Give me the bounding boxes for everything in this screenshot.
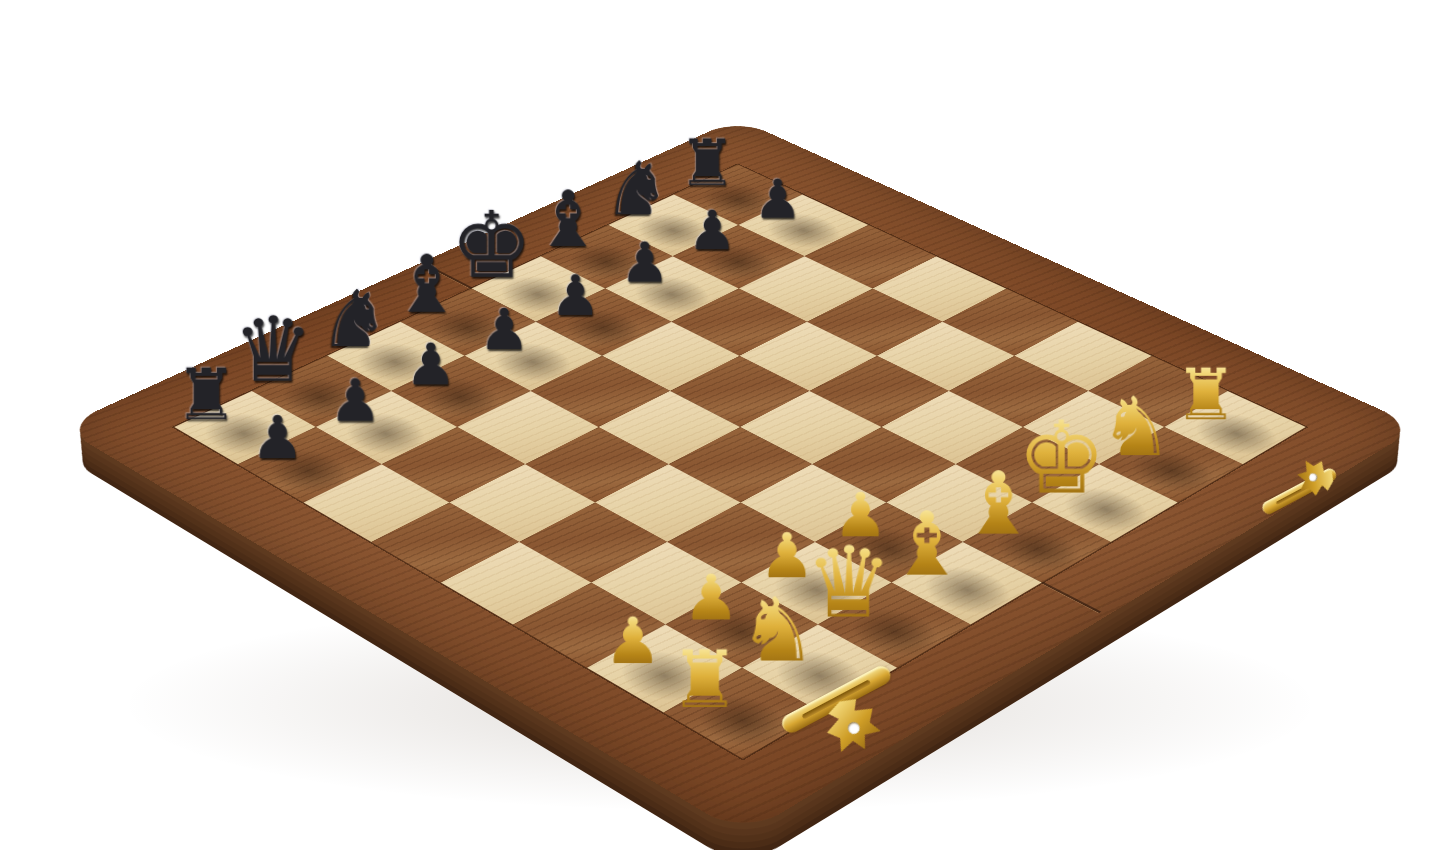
black-bishop[interactable]: ♝ xyxy=(391,245,462,324)
product-photo: ♜♟♜♞♟♞♝♟♚♚♟♝♝♟♟♝♞♟♟♛♛♟♟♞♜♟♟♜ xyxy=(0,0,1437,850)
black-pawn[interactable]: ♟ xyxy=(479,301,530,358)
black-pawn[interactable]: ♟ xyxy=(329,371,381,429)
black-pawn[interactable]: ♟ xyxy=(550,268,600,324)
white-pawn[interactable]: ♟ xyxy=(683,566,740,629)
black-rook[interactable]: ♜ xyxy=(678,131,735,195)
white-rook[interactable]: ♜ xyxy=(1174,360,1237,431)
scene: ♜♟♜♞♟♞♝♟♚♚♟♝♝♟♟♝♞♟♟♛♛♟♟♞♜♟♟♜ xyxy=(0,0,1437,850)
white-knight[interactable]: ♞ xyxy=(1099,386,1173,468)
black-bishop[interactable]: ♝ xyxy=(533,181,602,258)
black-pawn[interactable]: ♟ xyxy=(688,203,737,257)
black-knight[interactable]: ♞ xyxy=(603,152,670,226)
white-pawn[interactable]: ♟ xyxy=(604,609,661,673)
board-slab: ♜♟♜♞♟♞♝♟♚♚♟♝♝♟♟♝♞♟♟♛♛♟♟♞♜♟♟♜ xyxy=(61,119,1419,836)
black-pawn[interactable]: ♟ xyxy=(251,408,304,467)
white-bishop[interactable]: ♝ xyxy=(960,461,1038,548)
white-rook[interactable]: ♜ xyxy=(669,641,740,720)
white-bishop[interactable]: ♝ xyxy=(887,500,966,588)
square-h1[interactable]: ♜ xyxy=(1164,391,1305,464)
board-field: ♜♟♜♞♟♞♝♟♚♚♟♝♝♟♟♝♞♟♟♛♛♟♟♞♜♟♟♜ xyxy=(174,165,1305,759)
black-knight[interactable]: ♞ xyxy=(319,280,389,359)
black-pawn[interactable]: ♟ xyxy=(405,336,457,394)
white-queen[interactable]: ♛ xyxy=(805,533,893,631)
black-rook[interactable]: ♜ xyxy=(174,360,237,431)
black-pawn[interactable]: ♟ xyxy=(620,235,670,290)
black-pawn[interactable]: ♟ xyxy=(754,172,802,226)
black-king[interactable]: ♚ xyxy=(450,199,532,291)
white-knight[interactable]: ♞ xyxy=(738,586,818,675)
black-queen[interactable]: ♛ xyxy=(233,305,314,395)
chess-board: ♜♟♜♞♟♞♝♟♚♚♟♝♝♟♟♝♞♟♟♛♛♟♟♞♜♟♟♜ xyxy=(61,119,1419,836)
